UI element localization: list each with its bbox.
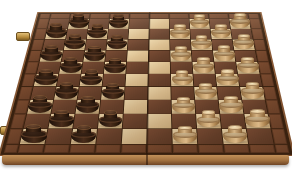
- light-square: [229, 19, 250, 29]
- frame-cell: [130, 14, 149, 19]
- frame-cell: [224, 145, 250, 153]
- frame-cell: [4, 145, 19, 153]
- frame-cell: [169, 14, 188, 19]
- frame-cell: [39, 14, 50, 19]
- dark-square: [214, 62, 237, 74]
- dark-square: [212, 40, 234, 51]
- light-square: [75, 100, 100, 113]
- dark-square: [103, 74, 126, 86]
- frame-cell: [150, 14, 169, 19]
- light-square: [101, 87, 124, 100]
- light-square: [59, 62, 82, 74]
- frame-cell: [229, 14, 249, 19]
- dark-square: [82, 62, 105, 74]
- light-square: [149, 62, 170, 74]
- light-square: [191, 40, 212, 51]
- dark-square: [42, 40, 65, 51]
- dark-square: [217, 87, 241, 100]
- light-square: [98, 114, 123, 128]
- frame-cell: [253, 40, 266, 51]
- dark-square: [85, 40, 107, 51]
- frame-cell: [251, 29, 263, 39]
- light-square: [171, 74, 193, 86]
- dark-square: [48, 19, 69, 29]
- light-square: [211, 29, 232, 39]
- dark-square: [125, 87, 148, 100]
- frame-cell: [95, 145, 120, 153]
- frame-cell: [189, 14, 208, 19]
- frame-cell: [18, 145, 44, 153]
- dark-square: [171, 62, 193, 74]
- light-square: [64, 40, 86, 51]
- light-square: [236, 62, 259, 74]
- light-square: [122, 129, 147, 144]
- light-square: [71, 129, 97, 144]
- light-square: [244, 114, 270, 128]
- light-square: [54, 87, 79, 100]
- dark-square: [62, 51, 85, 62]
- dark-square: [37, 62, 61, 74]
- light-square: [222, 129, 248, 144]
- light-square: [104, 62, 126, 74]
- light-square: [170, 51, 191, 62]
- dark-square: [195, 100, 219, 113]
- light-square: [172, 100, 196, 113]
- light-square: [20, 129, 47, 144]
- dark-square: [148, 74, 170, 86]
- light-square: [149, 40, 169, 51]
- frame-cell: [272, 129, 288, 144]
- dark-square: [100, 100, 124, 113]
- dark-square: [242, 100, 267, 113]
- light-square: [83, 51, 105, 62]
- light-square: [48, 114, 74, 128]
- frame-cell: [173, 145, 198, 153]
- dark-square: [190, 29, 211, 39]
- board-perspective-plane: [0, 12, 292, 156]
- dark-square: [128, 40, 149, 51]
- frame-cell: [44, 145, 70, 153]
- dark-square: [231, 29, 253, 39]
- dark-square: [234, 51, 257, 62]
- light-square: [87, 29, 108, 39]
- light-square: [127, 51, 148, 62]
- light-square: [194, 87, 217, 100]
- frame-cell: [90, 14, 110, 19]
- dark-square: [57, 74, 81, 86]
- frame-cell: [248, 14, 259, 19]
- frame-cell: [266, 100, 281, 113]
- frame-cell: [69, 145, 95, 153]
- frame-cell: [70, 14, 90, 19]
- dark-square: [247, 129, 274, 144]
- light-square: [45, 29, 67, 39]
- light-square: [170, 29, 190, 39]
- frame-cell: [209, 14, 229, 19]
- frame-cell: [275, 145, 290, 153]
- dark-square: [66, 29, 88, 39]
- dark-square: [24, 114, 51, 128]
- dark-square: [96, 129, 121, 144]
- frame-cell: [50, 14, 70, 19]
- light-square: [27, 100, 53, 113]
- light-square: [193, 62, 215, 74]
- light-square: [219, 100, 244, 113]
- frame-cell: [198, 145, 223, 153]
- dark-square: [170, 40, 191, 51]
- dark-square: [147, 129, 171, 144]
- light-square: [40, 51, 63, 62]
- dark-square: [171, 87, 194, 100]
- light-square: [233, 40, 255, 51]
- light-square: [128, 29, 148, 39]
- light-square: [148, 114, 172, 128]
- checkers-board-photo: [0, 0, 292, 173]
- dark-square: [108, 29, 129, 39]
- frame-cell: [269, 114, 284, 128]
- light-square: [148, 87, 171, 100]
- brass-hinge-upper: [16, 32, 30, 41]
- light-square: [196, 114, 221, 128]
- dark-square: [238, 74, 262, 86]
- dark-square: [172, 114, 196, 128]
- dark-square: [209, 19, 230, 29]
- frame-cell: [147, 145, 172, 153]
- light-square: [124, 100, 147, 113]
- dark-square: [126, 62, 148, 74]
- dark-square: [88, 19, 109, 29]
- dark-square: [45, 129, 72, 144]
- dark-square: [123, 114, 147, 128]
- dark-square: [129, 19, 149, 29]
- frame-cell: [249, 145, 275, 153]
- frame-cell: [258, 62, 272, 74]
- dark-square: [105, 51, 127, 62]
- light-square: [109, 19, 129, 29]
- dark-square: [148, 100, 171, 113]
- light-square: [216, 74, 239, 86]
- dark-square: [149, 51, 170, 62]
- dark-square: [73, 114, 98, 128]
- light-square: [190, 19, 210, 29]
- light-square: [172, 129, 197, 144]
- light-square: [240, 87, 265, 100]
- frame-cell: [110, 14, 129, 19]
- dark-square: [51, 100, 76, 113]
- dark-square: [170, 19, 190, 29]
- dark-square: [149, 29, 169, 39]
- light-square: [34, 74, 58, 86]
- dark-square: [192, 51, 214, 62]
- frame-cell: [260, 74, 274, 86]
- dark-square: [78, 87, 102, 100]
- dark-square: [220, 114, 245, 128]
- frame-cell: [249, 19, 261, 29]
- frame-cell: [256, 51, 269, 62]
- dark-square: [31, 87, 56, 100]
- frame-cell: [121, 145, 146, 153]
- board-front-rim: [2, 155, 289, 165]
- light-square: [213, 51, 235, 62]
- dark-square: [197, 129, 223, 144]
- light-square: [68, 19, 89, 29]
- light-square: [125, 74, 147, 86]
- light-square: [106, 40, 127, 51]
- light-square: [80, 74, 103, 86]
- dark-square: [193, 74, 216, 86]
- light-square: [149, 19, 169, 29]
- frame-cell: [263, 87, 277, 100]
